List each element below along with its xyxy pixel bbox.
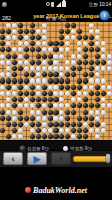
black-stone [24, 78, 29, 83]
black-stone [18, 97, 23, 102]
white-stone [30, 78, 35, 83]
white-stone [59, 116, 64, 121]
black-stone [89, 122, 94, 127]
white-stone [53, 116, 58, 121]
white-stone [59, 54, 64, 59]
white-stone [53, 91, 58, 96]
white-stone [83, 85, 88, 90]
black-stone [65, 134, 70, 139]
black-stone [30, 47, 35, 52]
black-stone [77, 85, 82, 90]
black-stone [59, 29, 64, 34]
black-stone [77, 60, 82, 65]
white-stone [36, 110, 41, 115]
white-stone [77, 91, 82, 96]
black-stone [36, 47, 41, 52]
black-stone [65, 78, 70, 83]
white-stone [83, 122, 88, 127]
white-stone [42, 60, 47, 65]
white-stone [65, 66, 70, 71]
black-stone [42, 72, 47, 77]
black-stone [95, 47, 100, 52]
white-stone [24, 66, 29, 71]
black-stone [24, 47, 29, 52]
white-stone [6, 103, 11, 108]
white-stone [77, 47, 82, 52]
sub-header: 282 백 불계승 [0, 15, 112, 22]
white-stone [42, 47, 47, 52]
white-stone [18, 47, 23, 52]
white-stone [42, 29, 47, 34]
white-stone [77, 54, 82, 59]
black-stone [24, 29, 29, 34]
black-stone [12, 128, 17, 133]
black-stone [95, 103, 100, 108]
white-stone [101, 128, 106, 133]
playback-controls: ‹ ▶ › [0, 151, 112, 167]
black-stone [30, 116, 35, 121]
white-stone [89, 23, 94, 28]
white-stone [95, 72, 100, 77]
white-stone [95, 35, 100, 40]
white-stone [95, 41, 100, 46]
battery-icon [62, 1, 66, 7]
white-stone [65, 128, 70, 133]
play-button[interactable]: ▶ [27, 152, 47, 165]
white-stone [101, 66, 106, 71]
white-stone [53, 54, 58, 59]
white-stone [48, 85, 53, 90]
white-stone [71, 54, 76, 59]
black-stone [30, 72, 35, 77]
black-stone [95, 122, 100, 127]
black-stone [59, 134, 64, 139]
white-stone [18, 54, 23, 59]
white-stone [101, 54, 106, 59]
footer[interactable]: BadukWorld.net [0, 183, 112, 197]
white-stone [6, 110, 11, 115]
black-stone [6, 85, 11, 90]
black-stone [18, 78, 23, 83]
white-stone [95, 110, 100, 115]
black-stone [6, 134, 11, 139]
white-stone [101, 47, 106, 52]
white-stone [101, 97, 106, 102]
white-stone [6, 66, 11, 71]
black-stone [18, 23, 23, 28]
black-stone [18, 110, 23, 115]
black-stone [6, 47, 11, 52]
white-stone [12, 35, 17, 40]
white-stone [12, 85, 17, 90]
black-stone [18, 35, 23, 40]
black-stone [42, 134, 47, 139]
black-stone [89, 35, 94, 40]
black-stone [30, 60, 35, 65]
black-stone [83, 47, 88, 52]
black-stone [48, 60, 53, 65]
black-stone [53, 122, 58, 127]
white-stone [65, 103, 70, 108]
white-stone [42, 23, 47, 28]
white-stone [59, 110, 64, 115]
black-stone [71, 110, 76, 115]
status-time: 오전 10:14 [89, 1, 111, 8]
white-stone [83, 91, 88, 96]
black-stone [65, 116, 70, 121]
signal-icon [56, 2, 61, 7]
black-stone [24, 116, 29, 121]
black-stone [24, 72, 29, 77]
white-stone [42, 103, 47, 108]
white-stone [95, 134, 100, 139]
white-stone [59, 103, 64, 108]
black-stone [77, 35, 82, 40]
black-stone [53, 128, 58, 133]
black-stone [89, 103, 94, 108]
info-icon[interactable]: i [99, 10, 110, 21]
black-stone [6, 78, 11, 83]
black-stone [53, 72, 58, 77]
white-stone [53, 103, 58, 108]
white-stone [53, 66, 58, 71]
black-stone [65, 72, 70, 77]
black-stone [30, 91, 35, 96]
white-stone [36, 41, 41, 46]
black-stone [71, 103, 76, 108]
white-stone [65, 60, 70, 65]
black-stone [101, 91, 106, 96]
black-stone [30, 35, 35, 40]
black-stone [48, 41, 53, 46]
black-stone [48, 78, 53, 83]
white-stone [0, 54, 5, 59]
badukworld-logo-icon [25, 187, 31, 193]
white-stone [107, 60, 112, 65]
black-stone [95, 97, 100, 102]
black-stone [53, 110, 58, 115]
black-stone [36, 134, 41, 139]
black-stone [77, 78, 82, 83]
black-stone [65, 85, 70, 90]
black-stone [59, 85, 64, 90]
white-stone [95, 66, 100, 71]
black-stone [42, 97, 47, 102]
status-bar: 오전 10:14 [0, 0, 112, 8]
black-stone [59, 35, 64, 40]
brand-text: BadukWorld.net [33, 186, 87, 195]
black-stone [12, 122, 17, 127]
black-stone [0, 29, 5, 34]
white-stone [6, 35, 11, 40]
white-stone [30, 66, 35, 71]
white-stone [0, 72, 5, 77]
white-stone [59, 91, 64, 96]
black-stone [53, 78, 58, 83]
white-stone [42, 116, 47, 121]
white-stone [77, 41, 82, 46]
white-stone [101, 85, 106, 90]
black-stone [48, 97, 53, 102]
white-stone [24, 122, 29, 127]
white-stone [107, 103, 112, 108]
black-stone [77, 122, 82, 127]
black-stone [65, 29, 70, 34]
black-stone [30, 97, 35, 102]
white-stone [77, 97, 82, 102]
black-stone [89, 41, 94, 46]
black-stone [65, 122, 70, 127]
title-bar: year 2017 Korean League rou... [0, 8, 112, 15]
white-stone [48, 66, 53, 71]
black-stone [18, 29, 23, 34]
white-stone [59, 47, 64, 52]
white-stone [12, 116, 17, 121]
alarm-icon [46, 2, 50, 6]
white-stone [95, 128, 100, 133]
black-stone [48, 72, 53, 77]
white-stone [89, 128, 94, 133]
white-stone [24, 60, 29, 65]
app-icon [2, 2, 7, 7]
white-stone [95, 78, 100, 83]
black-stone [65, 23, 70, 28]
white-stone [42, 78, 47, 83]
black-stone [95, 85, 100, 90]
white-stone [107, 66, 112, 71]
black-stone [36, 122, 41, 127]
black-stone [59, 41, 64, 46]
white-stone [6, 72, 11, 77]
white-stone [71, 60, 76, 65]
black-stone [0, 47, 5, 52]
black-stone [71, 72, 76, 77]
white-stone [6, 41, 11, 46]
black-stone [83, 35, 88, 40]
white-stone [42, 41, 47, 46]
black-stone [30, 41, 35, 46]
black-stone [18, 116, 23, 121]
black-stone [77, 116, 82, 121]
white-stone [24, 85, 29, 90]
white-stone [89, 78, 94, 83]
black-stone [30, 134, 35, 139]
black-stone [42, 85, 47, 90]
white-stone [107, 85, 112, 90]
white-stone [6, 23, 11, 28]
white-stone [12, 29, 17, 34]
black-stone [83, 60, 88, 65]
black-stone [101, 60, 106, 65]
white-stone [36, 91, 41, 96]
black-stone [71, 128, 76, 133]
black-stone [18, 122, 23, 127]
black-stone [0, 110, 5, 115]
black-stone [30, 122, 35, 127]
black-stone [48, 122, 53, 127]
black-stone [48, 54, 53, 59]
white-stone [24, 35, 29, 40]
black-stone [83, 78, 88, 83]
white-stone [71, 134, 76, 139]
white-stone [24, 103, 29, 108]
black-stone [36, 54, 41, 59]
black-stone [6, 54, 11, 59]
white-stone [42, 128, 47, 133]
white-stone [65, 91, 70, 96]
black-stone [53, 97, 58, 102]
white-stone [83, 41, 88, 46]
black-stone [48, 91, 53, 96]
black-stone [95, 54, 100, 59]
white-stone [89, 85, 94, 90]
status-icons: 오전 10:14 [46, 0, 111, 8]
white-stone [89, 110, 94, 115]
black-stone [83, 97, 88, 102]
black-stone [89, 72, 94, 77]
black-stone [89, 66, 94, 71]
black-stone [18, 91, 23, 96]
white-stone [12, 23, 17, 28]
white-stone [95, 116, 100, 121]
black-stone [53, 134, 58, 139]
black-stone [77, 66, 82, 71]
white-stone [89, 29, 94, 34]
black-stone [48, 103, 53, 108]
black-stone [30, 85, 35, 90]
black-stone [83, 103, 88, 108]
white-stone [71, 35, 76, 40]
black-stone [59, 122, 64, 127]
white-stone [18, 103, 23, 108]
white-stone [101, 103, 106, 108]
white-stone [0, 103, 5, 108]
white-stone [59, 128, 64, 133]
white-stone [36, 66, 41, 71]
white-stone [18, 41, 23, 46]
white-stone [48, 47, 53, 52]
black-stone [48, 110, 53, 115]
white-stone [18, 60, 23, 65]
prev-move-button[interactable]: ‹ [3, 152, 23, 165]
white-stone [30, 110, 35, 115]
white-stone [59, 97, 64, 102]
white-stone [101, 41, 106, 46]
white-stone [24, 97, 29, 102]
white-stone [107, 91, 112, 96]
white-stone [42, 122, 47, 127]
white-stone [65, 47, 70, 52]
black-stone [36, 103, 41, 108]
black-stone [24, 54, 29, 59]
black-stone [12, 72, 17, 77]
white-stone [65, 41, 70, 46]
white-stone [6, 97, 11, 102]
black-stone [83, 134, 88, 139]
white-stone [107, 54, 112, 59]
black-stone [77, 103, 82, 108]
black-stone [83, 128, 88, 133]
black-stone [89, 60, 94, 65]
black-stone [12, 54, 17, 59]
black-stone [89, 116, 94, 121]
white-stone [0, 91, 5, 96]
black-stone [71, 85, 76, 90]
black-stone [6, 122, 11, 127]
black-stone [95, 60, 100, 65]
white-stone [36, 29, 41, 34]
white-stone [42, 66, 47, 71]
move-slider[interactable] [73, 156, 109, 162]
white-stone [30, 103, 35, 108]
black-stone [83, 116, 88, 121]
black-stone [36, 128, 41, 133]
white-stone [36, 78, 41, 83]
white-stone [12, 110, 17, 115]
white-stone [0, 85, 5, 90]
white-stone [0, 60, 5, 65]
black-stone [12, 60, 17, 65]
black-stone [12, 97, 17, 102]
white-stone [59, 66, 64, 71]
white-stone [101, 110, 106, 115]
black-stone [30, 29, 35, 34]
go-board[interactable] [0, 22, 112, 140]
black-stone [6, 116, 11, 121]
black-stone [53, 41, 58, 46]
white-stone [30, 128, 35, 133]
white-stone [71, 97, 76, 102]
next-move-button[interactable]: › [51, 152, 71, 165]
white-stone [6, 60, 11, 65]
white-stone [42, 35, 47, 40]
white-stone [12, 47, 17, 52]
white-stone [36, 116, 41, 121]
app-screen: 오전 10:14 year 2017 Korean League rou... … [0, 0, 112, 200]
white-stone [12, 91, 17, 96]
black-stone [53, 47, 58, 52]
black-stone [65, 110, 70, 115]
black-stone [71, 91, 76, 96]
white-stone [95, 29, 100, 34]
black-stone [48, 134, 53, 139]
black-stone [83, 54, 88, 59]
black-stone [48, 116, 53, 121]
white-stone [59, 72, 64, 77]
players-row: 김성현 6단 박정환 9단 [0, 141, 112, 150]
white-stone [24, 41, 29, 46]
black-stone [83, 72, 88, 77]
black-stone [18, 66, 23, 71]
black-stone [36, 97, 41, 102]
black-stone [36, 60, 41, 65]
slider-knob[interactable] [106, 154, 110, 163]
black-stone [42, 91, 47, 96]
black-stone [59, 78, 64, 83]
white-stone [53, 60, 58, 65]
black-stone [36, 35, 41, 40]
white-stone [36, 85, 41, 90]
white-stone [36, 72, 41, 77]
black-stone [0, 116, 5, 121]
white-stone [18, 128, 23, 133]
white-stone [18, 134, 23, 139]
black-stone [71, 23, 76, 28]
black-stone [0, 128, 5, 133]
move-counter: 282 [2, 15, 11, 21]
black-stone [24, 91, 29, 96]
white-stone [6, 91, 11, 96]
